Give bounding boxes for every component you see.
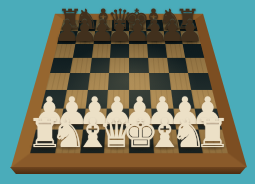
pieces-layer: ♜♞♝♛♚♝♞♜♟♟♟♟♟♟♟♟♟♟♟♟♟♟♟♟♜♞♝♛♚♝♞♜: [0, 0, 255, 184]
white-rook-h1[interactable]: ♜: [192, 113, 232, 153]
chess-3d-scene: ♜♞♝♛♚♝♞♜♟♟♟♟♟♟♟♟♟♟♟♟♟♟♟♟♜♞♝♛♚♝♞♜: [0, 0, 255, 184]
black-pawn-h7[interactable]: ♟: [175, 17, 204, 46]
